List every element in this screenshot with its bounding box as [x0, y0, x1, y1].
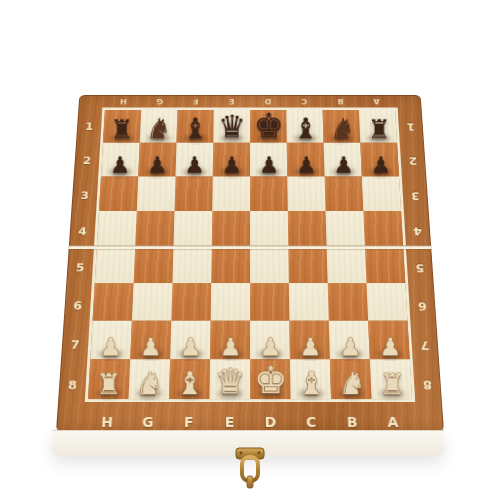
square-h3[interactable]: [99, 176, 138, 211]
square-f2[interactable]: ♟: [175, 143, 213, 177]
square-c7[interactable]: ♟: [289, 321, 330, 360]
square-e6[interactable]: [211, 283, 250, 321]
piece-light-pawn[interactable]: ♟: [299, 335, 321, 359]
square-d5[interactable]: [250, 247, 289, 284]
square-e1[interactable]: ♛: [213, 110, 250, 143]
file-labels-top: HGFEDCBA: [78, 95, 421, 108]
piece-light-pawn[interactable]: ♟: [139, 335, 161, 359]
square-a4[interactable]: [363, 211, 403, 247]
piece-light-pawn[interactable]: ♟: [259, 335, 281, 359]
rank-label-left-4: 4: [69, 213, 96, 249]
square-g2[interactable]: ♟: [138, 143, 176, 177]
square-d7[interactable]: ♟: [250, 321, 290, 360]
square-h7[interactable]: ♟: [90, 321, 132, 360]
piece-light-knight[interactable]: ♞: [338, 368, 365, 399]
square-b5[interactable]: [327, 247, 367, 284]
piece-dark-knight[interactable]: ♞: [329, 115, 354, 143]
square-f7[interactable]: ♟: [170, 321, 211, 360]
piece-dark-pawn[interactable]: ♟: [296, 154, 316, 177]
square-c1[interactable]: ♝: [286, 110, 323, 143]
rank-label-left-3: 3: [71, 178, 98, 213]
square-f1[interactable]: ♝: [176, 110, 213, 143]
piece-light-pawn[interactable]: ♟: [339, 335, 361, 359]
square-d3[interactable]: [250, 176, 288, 211]
square-d6[interactable]: [250, 283, 289, 321]
file-label-bottom-a: A: [372, 413, 414, 429]
piece-light-queen[interactable]: ♛: [214, 365, 245, 400]
square-a6[interactable]: [366, 283, 407, 321]
piece-dark-king[interactable]: ♚: [253, 109, 284, 143]
piece-dark-pawn[interactable]: ♟: [184, 154, 204, 177]
rank-label-left-5: 5: [66, 249, 94, 286]
rank-label-left-6: 6: [63, 286, 91, 324]
square-g3[interactable]: [137, 176, 176, 211]
square-g7[interactable]: ♟: [130, 321, 171, 360]
brass-latch-icon: [227, 446, 273, 498]
file-label-bottom-b: B: [331, 413, 372, 429]
piece-dark-bishop[interactable]: ♝: [292, 114, 318, 143]
file-label-top-d: D: [250, 97, 286, 105]
file-label-top-h: H: [105, 97, 142, 105]
rank-label-right-5: 5: [406, 249, 434, 286]
square-f3[interactable]: [174, 176, 212, 211]
piece-light-knight[interactable]: ♞: [135, 368, 162, 399]
file-label-bottom-e: E: [209, 413, 250, 429]
file-label-top-g: G: [141, 97, 177, 105]
file-label-bottom-h: H: [86, 413, 128, 429]
square-g5[interactable]: [134, 247, 174, 284]
file-label-bottom-c: C: [291, 413, 332, 429]
piece-light-pawn[interactable]: ♟: [179, 335, 201, 359]
piece-light-pawn[interactable]: ♟: [99, 335, 121, 359]
square-h4[interactable]: [97, 211, 137, 247]
square-f6[interactable]: [171, 283, 211, 321]
square-b1[interactable]: ♞: [323, 110, 361, 143]
rank-label-left-8: 8: [58, 364, 87, 405]
file-label-top-e: E: [214, 97, 250, 105]
rank-label-right-7: 7: [411, 325, 440, 365]
piece-light-rook[interactable]: ♜: [379, 370, 405, 399]
square-d4[interactable]: [250, 211, 288, 247]
square-b6[interactable]: [328, 283, 368, 321]
square-g1[interactable]: ♞: [140, 110, 178, 143]
square-h8[interactable]: ♜: [88, 359, 130, 399]
piece-light-rook[interactable]: ♜: [95, 370, 121, 399]
piece-light-pawn[interactable]: ♟: [219, 335, 241, 359]
rank-label-right-6: 6: [408, 286, 436, 324]
rank-label-right-1: 1: [398, 110, 424, 143]
playing-area: ♜♞♝♛♚♝♞♜♟♟♟♟♟♟♟♟♟♟♟♟♟♟♟♟♜♞♝♛♚♝♞♜: [85, 108, 415, 403]
piece-dark-pawn[interactable]: ♟: [109, 154, 129, 177]
piece-light-pawn[interactable]: ♟: [379, 335, 401, 359]
rank-label-right-4: 4: [404, 213, 431, 249]
square-b2[interactable]: ♟: [324, 143, 362, 177]
square-b3[interactable]: [325, 176, 364, 211]
square-a3[interactable]: [362, 176, 401, 211]
square-e8[interactable]: ♛: [209, 359, 250, 399]
file-label-top-c: C: [286, 97, 322, 105]
square-b4[interactable]: [326, 211, 365, 247]
file-label-bottom-g: G: [127, 413, 168, 429]
square-c8[interactable]: ♝: [290, 359, 331, 399]
square-e4[interactable]: [212, 211, 250, 247]
square-f4[interactable]: [173, 211, 212, 247]
file-label-bottom-f: F: [168, 413, 209, 429]
square-c6[interactable]: [289, 283, 329, 321]
file-label-bottom-d: D: [250, 413, 291, 429]
fold-seam: [69, 245, 432, 249]
square-d2[interactable]: ♟: [250, 143, 287, 177]
square-b7[interactable]: ♟: [329, 321, 370, 360]
piece-dark-knight[interactable]: ♞: [146, 115, 171, 143]
piece-dark-pawn[interactable]: ♟: [370, 154, 390, 177]
square-c4[interactable]: [288, 211, 327, 247]
square-g6[interactable]: [132, 283, 172, 321]
rank-label-right-3: 3: [402, 178, 429, 213]
piece-dark-queen[interactable]: ♛: [218, 111, 246, 142]
square-a5[interactable]: [365, 247, 405, 284]
piece-dark-rook[interactable]: ♜: [110, 117, 133, 143]
square-f8[interactable]: ♝: [169, 359, 210, 399]
square-d1[interactable]: ♚: [250, 110, 287, 143]
rank-label-left-7: 7: [61, 325, 90, 365]
piece-dark-rook[interactable]: ♜: [367, 117, 390, 143]
square-d8[interactable]: ♚: [250, 359, 291, 399]
square-a2[interactable]: ♟: [360, 143, 399, 177]
square-e2[interactable]: ♟: [213, 143, 250, 177]
file-label-top-a: A: [358, 97, 395, 105]
product-photo-background: HGFEDCBA 12345678 ♜♞♝♛♚♝♞♜♟♟♟♟♟♟♟♟♟♟♟♟♟♟…: [0, 52, 500, 500]
square-g8[interactable]: ♞: [128, 359, 170, 399]
square-h5[interactable]: [95, 247, 135, 284]
piece-dark-pawn[interactable]: ♟: [258, 154, 278, 177]
square-a8[interactable]: ♜: [370, 359, 412, 399]
square-g4[interactable]: [135, 211, 174, 247]
piece-light-bishop[interactable]: ♝: [175, 367, 203, 399]
piece-dark-pawn[interactable]: ♟: [221, 154, 241, 177]
rank-label-left-2: 2: [74, 143, 101, 177]
board-grid: ♜♞♝♛♚♝♞♜♟♟♟♟♟♟♟♟♟♟♟♟♟♟♟♟♜♞♝♛♚♝♞♜: [88, 110, 412, 399]
rank-label-left-1: 1: [76, 110, 102, 143]
square-c5[interactable]: [288, 247, 327, 284]
piece-light-bishop[interactable]: ♝: [297, 367, 325, 399]
rank-label-right-8: 8: [413, 364, 442, 405]
square-e3[interactable]: [212, 176, 250, 211]
file-label-top-f: F: [178, 97, 214, 105]
piece-dark-pawn[interactable]: ♟: [333, 154, 353, 177]
rank-label-right-2: 2: [400, 143, 427, 177]
piece-light-king[interactable]: ♚: [253, 362, 287, 400]
piece-dark-bishop[interactable]: ♝: [182, 114, 208, 143]
square-e7[interactable]: ♟: [210, 321, 250, 360]
file-label-top-b: B: [322, 97, 358, 105]
square-a7[interactable]: ♟: [368, 321, 410, 360]
square-a1[interactable]: ♜: [359, 110, 397, 143]
square-h1[interactable]: ♜: [103, 110, 141, 143]
square-c3[interactable]: [287, 176, 325, 211]
square-h2[interactable]: ♟: [101, 143, 140, 177]
piece-dark-pawn[interactable]: ♟: [147, 154, 167, 177]
chess-set: HGFEDCBA 12345678 ♜♞♝♛♚♝♞♜♟♟♟♟♟♟♟♟♟♟♟♟♟♟…: [54, 52, 446, 432]
square-e5[interactable]: [211, 247, 250, 284]
chess-board: HGFEDCBA 12345678 ♜♞♝♛♚♝♞♜♟♟♟♟♟♟♟♟♟♟♟♟♟♟…: [56, 95, 444, 432]
square-b8[interactable]: ♞: [330, 359, 372, 399]
square-h6[interactable]: [93, 283, 134, 321]
square-c2[interactable]: ♟: [287, 143, 325, 177]
square-f5[interactable]: [172, 247, 211, 284]
